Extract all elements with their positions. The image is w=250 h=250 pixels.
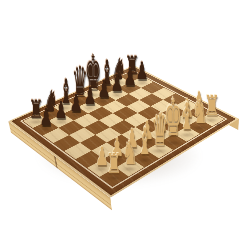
piece-white-bishop: ♝ bbox=[138, 124, 153, 161]
pieces-layer: ♜♞♝♛♚♝♞♜♟♟♟♟♟♟♟♟♟♟♟♟♟♟♟♟♜♞♝♛♚♝♞♜ bbox=[0, 0, 250, 250]
piece-black-pawn: ♟ bbox=[69, 92, 82, 116]
piece-white-rook: ♜ bbox=[106, 151, 122, 179]
piece-black-pawn: ♟ bbox=[123, 66, 136, 90]
piece-black-pawn: ♟ bbox=[55, 99, 68, 123]
piece-black-pawn: ♟ bbox=[39, 106, 52, 130]
piece-black-pawn: ♟ bbox=[135, 60, 148, 84]
piece-white-knight: ♞ bbox=[122, 138, 138, 170]
product-photo: ♜♞♝♛♚♝♞♜♟♟♟♟♟♟♟♟♟♟♟♟♟♟♟♟♜♞♝♛♚♝♞♜ bbox=[0, 0, 250, 250]
piece-white-rook: ♜ bbox=[204, 94, 220, 122]
piece-black-pawn: ♟ bbox=[110, 72, 123, 96]
piece-black-pawn: ♟ bbox=[97, 78, 110, 102]
piece-black-pawn: ♟ bbox=[84, 85, 97, 109]
